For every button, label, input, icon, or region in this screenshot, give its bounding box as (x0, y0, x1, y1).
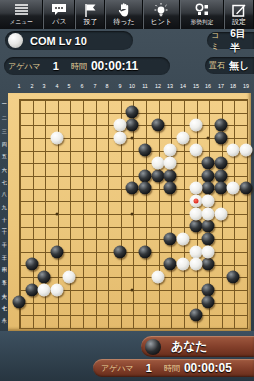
white-stone (164, 144, 177, 157)
black-stone (151, 119, 164, 132)
hint-lightbulb-icon (154, 2, 168, 17)
white-captures-label: アゲハマ (8, 61, 41, 72)
black-stone (139, 182, 152, 195)
col-label-12: 12 (155, 83, 161, 88)
white-stone (189, 245, 202, 258)
col-label-7: 7 (93, 83, 96, 88)
black-stone (50, 245, 63, 258)
black-stone (214, 119, 227, 132)
col-label-10: 10 (129, 83, 135, 88)
toolbar-button-1[interactable]: メニュー (0, 0, 43, 29)
player-name-pill: あなた (141, 336, 254, 357)
black-stone (202, 169, 215, 182)
hoshi-point (55, 212, 58, 215)
black-stone (202, 296, 215, 309)
toolbar-button-label: 待った (113, 17, 134, 26)
col-label-8: 8 (106, 83, 109, 88)
opponent-name: COM Lv 10 (30, 35, 87, 47)
black-stone (202, 258, 215, 271)
black-stone (164, 233, 177, 246)
white-stone-icon (8, 33, 23, 48)
black-stone (25, 283, 38, 296)
toolbar-button-label: 形勢判定 (191, 18, 214, 25)
white-time-label: 時間 (71, 61, 87, 72)
black-stone (126, 106, 139, 119)
white-stone (189, 258, 202, 271)
white-captures-time-pill: アゲハマ 1 時間 00:00:11 (4, 57, 170, 75)
black-stone (214, 182, 227, 195)
col-label-11: 11 (142, 83, 148, 88)
white-time-value: 00:00:11 (91, 59, 138, 73)
black-stone (202, 157, 215, 170)
toolbar-button-label: ヒント (151, 17, 173, 26)
komi-pill: コミ 6目半 (207, 32, 254, 49)
black-stone (38, 271, 51, 284)
black-stone (139, 245, 152, 258)
menu-icon (14, 2, 29, 17)
hoshi-point (131, 288, 134, 291)
white-stone (164, 157, 177, 170)
judge-shapes-icon (195, 2, 209, 17)
black-stone-icon (145, 339, 161, 355)
undo-hand-icon (118, 2, 131, 17)
black-stone (139, 144, 152, 157)
white-stone (189, 182, 202, 195)
column-labels: 12345678910111213141516171819 (0, 81, 254, 93)
go-app-screen: メニューパス投了待ったヒント形勢判定設定 COM Lv 10 コミ 6目半 アゲ… (0, 0, 254, 381)
white-stone (214, 207, 227, 220)
black-stone (164, 182, 177, 195)
white-stone (176, 131, 189, 144)
player-name: あなた (171, 338, 208, 355)
col-label-5: 5 (68, 83, 71, 88)
black-stone (126, 119, 139, 132)
handicap-pill: 置石 無し (205, 57, 254, 74)
player-captures-time-pill: アゲハマ 1 時間 00:00:05 (93, 359, 254, 377)
white-stone (50, 283, 63, 296)
white-stone (202, 207, 215, 220)
white-stone (63, 271, 76, 284)
col-label-3: 3 (43, 83, 46, 88)
white-stone (227, 144, 240, 157)
white-captures-value: 1 (53, 60, 59, 72)
col-label-4: 4 (55, 83, 58, 88)
black-stone (126, 182, 139, 195)
hoshi-point (207, 136, 210, 139)
toolbar-button-7[interactable]: 設定 (224, 0, 254, 29)
col-label-15: 15 (193, 83, 199, 88)
black-stone (13, 296, 26, 309)
white-stone (189, 144, 202, 157)
handicap-value: 無し (229, 59, 249, 73)
black-stone (202, 233, 215, 246)
pass-speech-bubble-icon (51, 2, 67, 17)
white-stone (151, 157, 164, 170)
toolbar-button-6[interactable]: 形勢判定 (180, 0, 224, 29)
black-stone (189, 220, 202, 233)
player-time-value: 00:00:05 (184, 361, 232, 375)
white-stone (202, 245, 215, 258)
toolbar-button-label: 投了 (83, 17, 97, 26)
black-stone (189, 309, 202, 322)
col-label-16: 16 (205, 83, 211, 88)
white-stone (202, 195, 215, 208)
hoshi-point (131, 212, 134, 215)
opponent-player-pill: COM Lv 10 (5, 31, 133, 50)
col-label-9: 9 (118, 83, 121, 88)
settings-pencil-icon (232, 2, 246, 17)
komi-value: 6目半 (230, 27, 254, 55)
black-stone (202, 182, 215, 195)
opponent-bar: COM Lv 10 コミ 6目半 (0, 29, 254, 53)
white-stone (227, 182, 240, 195)
white-stone (189, 207, 202, 220)
white-stone (113, 119, 126, 132)
white-stone (113, 131, 126, 144)
col-label-14: 14 (180, 83, 186, 88)
toolbar-button-label: パス (52, 17, 66, 26)
last-move-marker (193, 199, 198, 204)
toolbar-button-4[interactable]: 待った (105, 0, 142, 29)
player-captures-value: 1 (146, 362, 152, 374)
col-label-2: 2 (30, 83, 33, 88)
white-stone (176, 233, 189, 246)
toolbar-button-5[interactable]: ヒント (143, 0, 180, 29)
col-label-19: 19 (243, 83, 249, 88)
black-stone (214, 131, 227, 144)
black-stone (139, 169, 152, 182)
white-stone (176, 258, 189, 271)
toolbar-button-3[interactable]: 投了 (75, 0, 105, 29)
player-time-label: 時間 (164, 363, 180, 374)
black-stone (164, 169, 177, 182)
black-stone (25, 258, 38, 271)
toolbar-button-label: メニュー (10, 18, 33, 25)
black-stone (227, 271, 240, 284)
black-stone (214, 157, 227, 170)
white-stats-bar: アゲハマ 1 時間 00:00:11 置石 無し (0, 53, 254, 80)
col-label-13: 13 (167, 83, 173, 88)
toolbar-button-label: 設定 (232, 17, 246, 26)
handicap-label: 置石 (209, 60, 225, 71)
toolbar-button-2[interactable]: パス (43, 0, 75, 29)
black-stone (202, 283, 215, 296)
col-label-17: 17 (218, 83, 224, 88)
white-stone (38, 283, 51, 296)
col-label-18: 18 (230, 83, 236, 88)
komi-label: コミ (211, 30, 226, 52)
black-stone (113, 245, 126, 258)
col-label-1: 1 (17, 83, 20, 88)
black-stone (214, 169, 227, 182)
col-label-6: 6 (81, 83, 84, 88)
black-stone (239, 182, 252, 195)
black-stone (151, 169, 164, 182)
white-stone (189, 119, 202, 132)
black-stone (164, 258, 177, 271)
player-bar: あなた アゲハマ 1 時間 00:00:05 (0, 331, 254, 381)
black-stone (202, 220, 215, 233)
white-stone (50, 131, 63, 144)
toolbar: メニューパス投了待ったヒント形勢判定設定 (0, 0, 254, 29)
resign-flag-icon (83, 2, 97, 17)
hoshi-point (131, 136, 134, 139)
white-stone (239, 144, 252, 157)
white-stone (151, 271, 164, 284)
player-captures-label: アゲハマ (101, 363, 134, 374)
